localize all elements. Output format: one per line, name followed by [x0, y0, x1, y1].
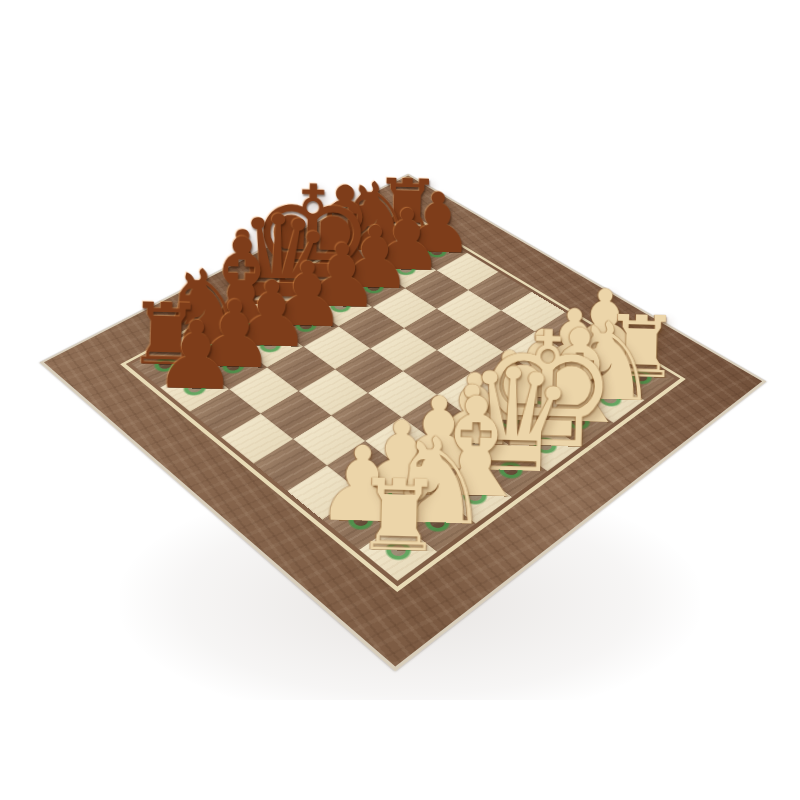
felt-pad — [375, 476, 425, 512]
felt-pad — [450, 478, 500, 514]
felt-pad — [486, 453, 534, 487]
felt-pad — [387, 222, 427, 245]
felt-pad — [284, 312, 327, 339]
felt-pad — [385, 257, 426, 281]
felt-pad — [353, 275, 395, 300]
felt-pad — [211, 352, 256, 381]
felt-pad — [449, 427, 497, 460]
felt-pad — [582, 340, 626, 368]
felt-pad — [417, 240, 457, 264]
felt-pad — [413, 451, 461, 485]
felt-pad — [412, 504, 463, 541]
felt-pad — [372, 531, 424, 570]
felt-pad — [143, 350, 188, 379]
playing-field: ♜♞♝♛♚♝♞♜♟♟♟♟♟♟♟♟♟♟♟♟♟♟♟♟♜♞♝♛♚♝♞♜ — [131, 217, 674, 581]
chessboard: ♜♞♝♛♚♝♞♜♟♟♟♟♟♟♟♟♟♟♟♟♟♟♟♟♜♞♝♛♚♝♞♜ — [40, 174, 767, 671]
felt-pad — [323, 255, 364, 279]
felt-pad — [255, 291, 297, 317]
felt-pad — [219, 310, 262, 337]
product-photo-stage: ♜♞♝♛♚♝♞♜♟♟♟♟♟♟♟♟♟♟♟♟♟♟♟♟♜♞♝♛♚♝♞♜ — [0, 0, 800, 800]
felt-pad — [550, 361, 595, 390]
felt-pad — [587, 384, 633, 415]
felt-pad — [356, 238, 396, 262]
felt-pad — [335, 502, 386, 539]
felt-pad — [319, 293, 361, 319]
felt-pad — [555, 406, 602, 438]
